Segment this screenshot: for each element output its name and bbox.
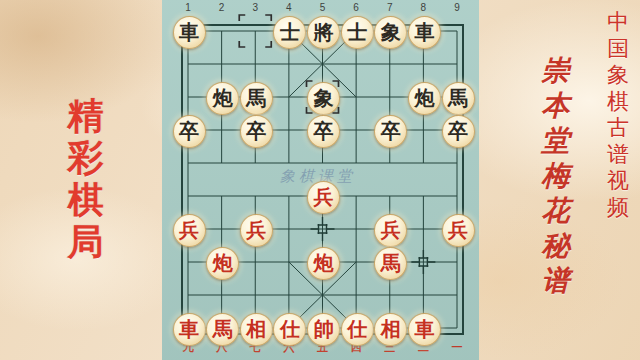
right-title-manual-name: 崇本堂梅花秘谱 xyxy=(539,53,572,298)
piece-red-horse[interactable]: 馬 xyxy=(206,313,239,346)
piece-black-horse[interactable]: 馬 xyxy=(240,82,273,115)
piece-black-cannon[interactable]: 炮 xyxy=(206,82,239,115)
column-label-bottom: 一 xyxy=(446,340,468,355)
column-label-top: 4 xyxy=(278,2,300,13)
piece-black-rook[interactable]: 車 xyxy=(408,16,441,49)
piece-red-cannon[interactable]: 炮 xyxy=(206,247,239,280)
left-title: 精彩棋局 xyxy=(66,95,105,263)
column-label-top: 6 xyxy=(345,2,367,13)
column-label-top: 3 xyxy=(244,2,266,13)
piece-black-pawn[interactable]: 卒 xyxy=(173,115,206,148)
column-label-top: 1 xyxy=(177,2,199,13)
piece-black-pawn[interactable]: 卒 xyxy=(374,115,407,148)
video-frame: 精彩棋局 象棋课堂 123456789 九八七六五四三二一 車士將士象車炮馬象炮… xyxy=(0,0,640,360)
piece-red-horse[interactable]: 馬 xyxy=(374,247,407,280)
xiangqi-board[interactable]: 象棋课堂 123456789 九八七六五四三二一 車士將士象車炮馬象炮馬卒卒卒卒… xyxy=(162,0,479,360)
piece-black-horse[interactable]: 馬 xyxy=(442,82,475,115)
piece-red-pawn[interactable]: 兵 xyxy=(173,214,206,247)
right-title-channel: 中国象棋古谱视频 xyxy=(606,9,630,221)
piece-red-rook[interactable]: 車 xyxy=(408,313,441,346)
column-label-top: 9 xyxy=(446,2,468,13)
piece-red-pawn[interactable]: 兵 xyxy=(442,214,475,247)
piece-red-rook[interactable]: 車 xyxy=(173,313,206,346)
column-label-top: 8 xyxy=(412,2,434,13)
piece-red-elephant[interactable]: 相 xyxy=(240,313,273,346)
point-marker-cross xyxy=(411,250,435,274)
piece-red-pawn[interactable]: 兵 xyxy=(240,214,273,247)
piece-black-elephant[interactable]: 象 xyxy=(307,82,340,115)
point-marker-cross xyxy=(311,217,335,241)
piece-black-advisor[interactable]: 士 xyxy=(273,16,306,49)
piece-black-pawn[interactable]: 卒 xyxy=(307,115,340,148)
piece-red-advisor[interactable]: 仕 xyxy=(341,313,374,346)
piece-black-general[interactable]: 將 xyxy=(307,16,340,49)
piece-red-elephant[interactable]: 相 xyxy=(374,313,407,346)
piece-red-general[interactable]: 帥 xyxy=(307,313,340,346)
piece-black-elephant[interactable]: 象 xyxy=(374,16,407,49)
piece-red-pawn[interactable]: 兵 xyxy=(374,214,407,247)
piece-black-pawn[interactable]: 卒 xyxy=(240,115,273,148)
piece-black-advisor[interactable]: 士 xyxy=(341,16,374,49)
piece-red-pawn[interactable]: 兵 xyxy=(307,181,340,214)
piece-red-cannon[interactable]: 炮 xyxy=(307,247,340,280)
piece-black-cannon[interactable]: 炮 xyxy=(408,82,441,115)
piece-red-advisor[interactable]: 仕 xyxy=(273,313,306,346)
column-label-top: 7 xyxy=(379,2,401,13)
piece-black-rook[interactable]: 車 xyxy=(173,16,206,49)
column-label-top: 2 xyxy=(211,2,233,13)
column-label-top: 5 xyxy=(312,2,334,13)
last-move-bracket xyxy=(239,15,271,47)
piece-black-pawn[interactable]: 卒 xyxy=(442,115,475,148)
